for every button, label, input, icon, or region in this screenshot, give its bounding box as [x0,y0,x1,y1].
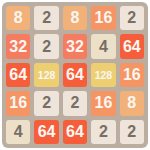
tile-r4c4: 16 [91,91,115,115]
tile-r2c4: 4 [91,34,115,58]
tile-r3c4: 128 [91,63,115,87]
tile-r2c2: 2 [34,34,58,58]
tile-r1c4: 16 [91,6,115,30]
tile-r5c4: 2 [91,120,115,144]
tile-r2c3: 32 [63,34,87,58]
tile-r3c5: 16 [120,63,144,87]
tile-r4c3: 2 [63,91,87,115]
tile-r2c1: 32 [6,34,30,58]
tile-r5c1: 4 [6,120,30,144]
tile-r1c1: 8 [6,6,30,30]
tile-r4c1: 16 [6,91,30,115]
tile-r3c3: 64 [63,63,87,87]
tile-r5c3: 64 [63,120,87,144]
tile-r4c5: 8 [120,91,144,115]
tile-r3c2: 128 [34,63,58,87]
tile-r2c5: 64 [120,34,144,58]
tile-r1c5: 2 [120,6,144,30]
tile-r5c5: 2 [120,120,144,144]
tile-r1c2: 2 [34,6,58,30]
tile-r4c2: 2 [34,91,58,115]
tile-r3c1: 64 [6,63,30,87]
tile-r5c2: 64 [34,120,58,144]
game-board-2048[interactable]: 8281623223246464128641281616221684646422 [2,2,148,148]
page-background: 8281623223246464128641281616221684646422 [0,0,150,150]
tile-r1c3: 8 [63,6,87,30]
